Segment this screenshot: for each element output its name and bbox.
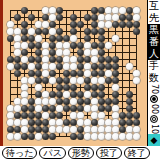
white-stone	[112, 14, 119, 21]
black-stone	[21, 7, 28, 14]
black-stone	[98, 84, 105, 91]
black-stone	[56, 56, 63, 63]
black-stone	[77, 91, 84, 98]
black-stone	[28, 119, 35, 126]
black-stone	[112, 98, 119, 105]
white-stone	[42, 112, 49, 119]
white-stone	[35, 35, 42, 42]
white-stone	[98, 77, 105, 84]
white-stone	[56, 49, 63, 56]
black-stone	[35, 112, 42, 119]
white-stone	[91, 112, 98, 119]
black-stone	[49, 42, 56, 49]
black-stone	[56, 7, 63, 14]
black-stone	[91, 42, 98, 49]
black-stone	[70, 133, 77, 140]
black-stone	[84, 28, 91, 35]
white-stone	[7, 119, 14, 126]
white-stone	[105, 70, 112, 77]
black-stone	[21, 28, 28, 35]
white-stone	[63, 91, 70, 98]
white-stone	[7, 112, 14, 119]
white-stone	[98, 112, 105, 119]
white-stone	[91, 98, 98, 105]
end-button[interactable]: 終了	[124, 147, 150, 159]
white-stone	[84, 42, 91, 49]
black-stone	[98, 35, 105, 42]
black-stone	[7, 56, 14, 63]
white-stone	[84, 63, 91, 70]
white-stone	[63, 42, 70, 49]
black-stone	[77, 63, 84, 70]
white-stone	[112, 112, 119, 119]
black-stone	[49, 91, 56, 98]
black-stone	[84, 77, 91, 84]
white-stone	[21, 42, 28, 49]
black-stone	[84, 35, 91, 42]
white-stone	[70, 112, 77, 119]
black-stone	[14, 70, 21, 77]
black-stone	[126, 91, 133, 98]
white-stone	[126, 63, 133, 70]
white-stone	[112, 105, 119, 112]
white-stone	[133, 133, 140, 140]
black-stone	[56, 84, 63, 91]
white-stone	[28, 77, 35, 84]
move-number: 70	[149, 83, 159, 95]
black-stone	[14, 126, 21, 133]
black-stone	[105, 98, 112, 105]
white-stone	[77, 77, 84, 84]
white-stone	[63, 63, 70, 70]
handicap-label: 互先	[148, 0, 160, 24]
white-stone	[91, 126, 98, 133]
black-stone	[119, 112, 126, 119]
white-stone	[112, 7, 119, 14]
white-captures: 10	[149, 123, 159, 135]
white-stone	[133, 77, 140, 84]
black-stone	[56, 77, 63, 84]
black-stone	[98, 56, 105, 63]
white-stone	[42, 7, 49, 14]
white-stone	[42, 70, 49, 77]
black-stone	[21, 105, 28, 112]
black-stone	[77, 126, 84, 133]
black-stone	[119, 126, 126, 133]
white-stone	[112, 133, 119, 140]
white-stone	[112, 126, 119, 133]
white-stone	[49, 7, 56, 14]
black-stone	[77, 49, 84, 56]
black-stone	[42, 28, 49, 35]
white-stone	[133, 70, 140, 77]
black-stone	[56, 14, 63, 21]
white-stone	[133, 126, 140, 133]
white-stone	[70, 56, 77, 63]
black-stone	[21, 35, 28, 42]
white-stone	[21, 98, 28, 105]
black-stone	[98, 49, 105, 56]
black-stone	[105, 77, 112, 84]
black-stone	[63, 77, 70, 84]
black-stone	[56, 28, 63, 35]
white-stone	[105, 119, 112, 126]
white-stone	[7, 63, 14, 70]
move-count-label: 手数	[148, 60, 160, 84]
black-stone	[119, 14, 126, 21]
black-stone	[21, 21, 28, 28]
black-stone	[42, 105, 49, 112]
white-stone	[63, 126, 70, 133]
black-stone	[91, 119, 98, 126]
white-stone	[84, 133, 91, 140]
black-stone	[112, 21, 119, 28]
white-stone	[77, 112, 84, 119]
black-stone	[49, 70, 56, 77]
black-stone	[35, 28, 42, 35]
white-stone	[21, 56, 28, 63]
white-stone	[70, 77, 77, 84]
black-stone	[77, 56, 84, 63]
white-stone	[98, 14, 105, 21]
black-stone	[105, 63, 112, 70]
black-stone	[49, 112, 56, 119]
white-stone	[35, 84, 42, 91]
black-stone	[56, 63, 63, 70]
black-stone	[105, 56, 112, 63]
white-stone	[112, 84, 119, 91]
black-stone	[70, 42, 77, 49]
black-stone	[14, 14, 21, 21]
black-stone	[42, 126, 49, 133]
white-stone	[49, 119, 56, 126]
white-stone	[7, 105, 14, 112]
black-stone	[49, 133, 56, 140]
white-stone	[14, 28, 21, 35]
black-stone	[56, 98, 63, 105]
black-stone	[56, 112, 63, 119]
white-stone	[21, 84, 28, 91]
white-stone	[63, 49, 70, 56]
white-stone	[49, 77, 56, 84]
status-sidebar: 互先 黒番 人 手数 70 00 10 ◆	[147, 0, 160, 146]
black-stone	[98, 63, 105, 70]
black-captures: 00	[149, 103, 159, 115]
black-stone	[56, 91, 63, 98]
player-indicator: 人	[148, 48, 160, 60]
command-button-bar: 待った パス 形勢 投了 終了	[0, 146, 160, 160]
white-stone	[35, 21, 42, 28]
white-stone	[63, 56, 70, 63]
white-stone	[98, 126, 105, 133]
black-stone	[70, 21, 77, 28]
black-stone	[126, 7, 133, 14]
black-stone	[91, 7, 98, 14]
pass-button[interactable]: パス	[39, 147, 65, 159]
black-stone	[84, 84, 91, 91]
black-stone	[21, 63, 28, 70]
white-stone	[7, 21, 14, 28]
white-stone	[77, 119, 84, 126]
black-stone	[14, 56, 21, 63]
black-stone	[112, 77, 119, 84]
black-stone	[91, 70, 98, 77]
black-stone	[7, 35, 14, 42]
black-stone	[119, 119, 126, 126]
black-stone	[91, 14, 98, 21]
white-stone	[91, 77, 98, 84]
black-stone	[77, 98, 84, 105]
white-stone	[126, 126, 133, 133]
white-stone	[14, 98, 21, 105]
resign-button[interactable]: 投了	[96, 147, 122, 159]
black-stone	[35, 77, 42, 84]
black-stone	[35, 119, 42, 126]
black-stone	[49, 21, 56, 28]
black-stone	[42, 77, 49, 84]
white-stone	[56, 105, 63, 112]
white-stone	[7, 133, 14, 140]
black-stone	[98, 70, 105, 77]
black-stone	[21, 49, 28, 56]
white-stone	[49, 63, 56, 70]
go-board[interactable]	[0, 0, 146, 146]
white-stone	[14, 133, 21, 140]
white-stone	[105, 133, 112, 140]
black-stone	[119, 21, 126, 28]
black-stone	[98, 28, 105, 35]
cursor-diamond-icon: ◆	[148, 134, 161, 146]
black-stone	[14, 112, 21, 119]
black-stone	[77, 42, 84, 49]
white-stone	[98, 21, 105, 28]
white-stone	[98, 133, 105, 140]
undo-button[interactable]: 待った	[2, 147, 37, 159]
black-stone	[126, 105, 133, 112]
white-stone	[98, 119, 105, 126]
black-stone	[49, 35, 56, 42]
white-stone	[42, 42, 49, 49]
black-stone	[49, 105, 56, 112]
white-stone	[21, 126, 28, 133]
white-stone	[42, 63, 49, 70]
black-stone	[126, 21, 133, 28]
black-stone	[28, 112, 35, 119]
white-stone	[21, 91, 28, 98]
white-stone	[49, 98, 56, 105]
black-stone	[77, 133, 84, 140]
black-stone	[70, 28, 77, 35]
black-stone	[91, 28, 98, 35]
white-stone	[56, 119, 63, 126]
white-stone	[42, 91, 49, 98]
black-stone	[91, 63, 98, 70]
white-stone	[49, 14, 56, 21]
black-stone	[112, 63, 119, 70]
white-stone	[14, 35, 21, 42]
black-stone	[126, 98, 133, 105]
black-stone	[126, 14, 133, 21]
black-stone	[63, 35, 70, 42]
black-stone	[84, 14, 91, 21]
black-stone	[28, 35, 35, 42]
black-stone	[63, 119, 70, 126]
black-stone	[28, 105, 35, 112]
black-stone	[70, 70, 77, 77]
go-game-screen: 互先 黒番 人 手数 70 00 10 ◆ 待った パス 形勢 投了 終了	[0, 0, 160, 160]
black-stone	[77, 70, 84, 77]
black-stone	[133, 21, 140, 28]
white-stone	[35, 133, 42, 140]
white-stone	[119, 7, 126, 14]
white-stone	[35, 105, 42, 112]
black-stone	[133, 112, 140, 119]
black-stone	[42, 119, 49, 126]
white-stone	[105, 42, 112, 49]
white-stone	[91, 56, 98, 63]
black-stone	[35, 63, 42, 70]
black-stone	[70, 119, 77, 126]
white-stone	[21, 77, 28, 84]
black-stone	[49, 49, 56, 56]
white-stone	[112, 119, 119, 126]
white-stone	[84, 126, 91, 133]
white-stone	[105, 7, 112, 14]
black-stone	[56, 35, 63, 42]
white-stone	[70, 126, 77, 133]
black-stone	[70, 91, 77, 98]
white-stone	[84, 105, 91, 112]
white-stone	[70, 63, 77, 70]
black-stone	[70, 14, 77, 21]
black-stone	[28, 42, 35, 49]
white-stone	[42, 56, 49, 63]
black-stone	[28, 14, 35, 21]
white-stone	[7, 28, 14, 35]
black-stone	[91, 21, 98, 28]
white-stone	[84, 49, 91, 56]
black-stone	[133, 119, 140, 126]
black-stone	[21, 133, 28, 140]
black-stone	[28, 70, 35, 77]
white-stone	[105, 126, 112, 133]
black-stone	[77, 105, 84, 112]
white-stone	[91, 105, 98, 112]
black-stone	[133, 28, 140, 35]
white-stone	[133, 7, 140, 14]
white-stone	[70, 98, 77, 105]
white-stone	[56, 42, 63, 49]
black-stone	[42, 14, 49, 21]
black-stone	[112, 70, 119, 77]
black-stone	[84, 56, 91, 63]
black-stone	[49, 56, 56, 63]
white-stone	[105, 14, 112, 21]
black-stone	[91, 84, 98, 91]
black-stone	[98, 91, 105, 98]
black-stone	[98, 98, 105, 105]
black-stone	[35, 56, 42, 63]
white-stone	[112, 35, 119, 42]
white-stone	[84, 70, 91, 77]
white-stone	[14, 49, 21, 56]
white-stone	[84, 91, 91, 98]
black-stone	[28, 98, 35, 105]
black-stone	[126, 112, 133, 119]
black-stone	[63, 70, 70, 77]
black-stone	[112, 56, 119, 63]
black-stone	[84, 98, 91, 105]
black-stone	[70, 105, 77, 112]
white-stone	[49, 28, 56, 35]
white-stone	[42, 49, 49, 56]
white-stone	[56, 126, 63, 133]
black-stone	[28, 56, 35, 63]
white-stone	[35, 98, 42, 105]
black-stone	[14, 63, 21, 70]
black-stone	[42, 133, 49, 140]
black-stone	[63, 84, 70, 91]
white-stone	[133, 14, 140, 21]
white-stone	[105, 21, 112, 28]
black-stone	[77, 21, 84, 28]
black-stone	[28, 133, 35, 140]
turn-indicator: 黒番	[148, 24, 160, 48]
white-stone	[91, 133, 98, 140]
white-stone	[126, 133, 133, 140]
black-stone	[112, 91, 119, 98]
black-stone	[35, 91, 42, 98]
white-stone	[14, 105, 21, 112]
white-stone	[91, 49, 98, 56]
white-stone	[70, 35, 77, 42]
white-stone	[14, 42, 21, 49]
white-stone	[28, 28, 35, 35]
black-stone	[35, 49, 42, 56]
white-stone	[42, 21, 49, 28]
black-stone	[35, 70, 42, 77]
estimate-button[interactable]: 形勢	[68, 147, 94, 159]
black-stone	[70, 84, 77, 91]
black-stone	[28, 126, 35, 133]
black-stone	[98, 105, 105, 112]
white-stone	[14, 119, 21, 126]
black-stone	[21, 112, 28, 119]
white-stone	[21, 119, 28, 126]
black-stone	[98, 42, 105, 49]
black-stone	[63, 105, 70, 112]
white-stone	[84, 119, 91, 126]
black-stone	[35, 126, 42, 133]
black-stone	[105, 105, 112, 112]
black-stone	[98, 7, 105, 14]
black-stone	[63, 98, 70, 105]
white-stone	[28, 63, 35, 70]
white-stone	[49, 126, 56, 133]
black-stone	[91, 91, 98, 98]
black-stone	[126, 119, 133, 126]
black-stone	[7, 126, 14, 133]
white-stone	[119, 133, 126, 140]
white-stone	[42, 98, 49, 105]
black-stone	[35, 42, 42, 49]
